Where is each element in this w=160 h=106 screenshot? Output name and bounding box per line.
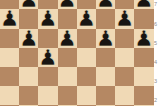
square-e3[interactable]: [77, 67, 96, 86]
square-h7[interactable]: ♟: [134, 0, 153, 9]
square-f1[interactable]: [96, 105, 115, 106]
black-pawn[interactable]: ♟: [19, 29, 39, 48]
square-b7[interactable]: ♟: [19, 0, 38, 9]
square-b4[interactable]: [19, 48, 38, 67]
square-f3[interactable]: [96, 67, 115, 86]
square-d5[interactable]: ♟: [58, 29, 77, 48]
square-e2[interactable]: [77, 86, 96, 105]
black-pawn[interactable]: ♟: [0, 9, 19, 28]
square-g6[interactable]: ♟: [115, 9, 134, 28]
square-a5[interactable]: [0, 29, 19, 48]
square-b1[interactable]: [19, 105, 38, 106]
square-h4[interactable]: [134, 48, 153, 67]
square-e5[interactable]: [77, 29, 96, 48]
square-g2[interactable]: [115, 86, 134, 105]
square-d7[interactable]: ♟: [58, 0, 77, 9]
square-f2[interactable]: [96, 86, 115, 105]
square-g3[interactable]: [115, 67, 134, 86]
square-b2[interactable]: [19, 86, 38, 105]
black-pawn[interactable]: ♟: [19, 0, 39, 9]
rank-label-7: 7: [154, 1, 157, 7]
rank-label-6: 6: [154, 21, 157, 27]
square-a6[interactable]: ♟: [0, 9, 19, 28]
square-f4[interactable]: [96, 48, 115, 67]
square-d4[interactable]: [58, 48, 77, 67]
rank-label-3: 3: [154, 78, 157, 84]
square-g5[interactable]: [115, 29, 134, 48]
square-a3[interactable]: [0, 67, 19, 86]
square-a4[interactable]: [0, 48, 19, 67]
square-g4[interactable]: [115, 48, 134, 67]
square-h1[interactable]: [134, 105, 153, 106]
black-pawn[interactable]: ♟: [134, 29, 154, 48]
black-pawn[interactable]: ♟: [57, 29, 77, 48]
black-pawn[interactable]: ♟: [134, 0, 154, 9]
black-pawn[interactable]: ♟: [57, 0, 77, 9]
black-pawn[interactable]: ♟: [96, 29, 116, 48]
square-d3[interactable]: [58, 67, 77, 86]
square-h5[interactable]: ♟: [134, 29, 153, 48]
square-b5[interactable]: ♟: [19, 29, 38, 48]
rank-label-5: 5: [154, 40, 157, 46]
rank-label-4: 4: [154, 59, 157, 65]
black-pawn[interactable]: ♟: [38, 9, 58, 28]
square-f5[interactable]: ♟: [96, 29, 115, 48]
square-c3[interactable]: [38, 67, 57, 86]
square-c6[interactable]: ♟: [38, 9, 57, 28]
rank-coordinates: 7 6 5 4 3 2: [154, 0, 160, 106]
rank-label-2: 2: [154, 97, 157, 103]
square-h2[interactable]: [134, 86, 153, 105]
square-a2[interactable]: [0, 86, 19, 105]
black-pawn[interactable]: ♟: [96, 0, 116, 9]
square-h3[interactable]: [134, 67, 153, 86]
black-pawn[interactable]: ♟: [38, 48, 58, 67]
square-g1[interactable]: [115, 105, 134, 106]
square-c4[interactable]: ♟: [38, 48, 57, 67]
square-c1[interactable]: [38, 105, 57, 106]
square-e1[interactable]: [77, 105, 96, 106]
square-c2[interactable]: [38, 86, 57, 105]
black-pawn[interactable]: ♟: [115, 9, 135, 28]
chess-board: ♟♟♟♟♟♟♟♟♟♟♟♟♟: [0, 0, 154, 106]
square-d2[interactable]: [58, 86, 77, 105]
square-d1[interactable]: [58, 105, 77, 106]
square-b3[interactable]: [19, 67, 38, 86]
square-a1[interactable]: [0, 105, 19, 106]
square-e6[interactable]: ♟: [77, 9, 96, 28]
square-e4[interactable]: [77, 48, 96, 67]
black-pawn[interactable]: ♟: [76, 9, 96, 28]
chess-board-viewport: ♟♟♟♟♟♟♟♟♟♟♟♟♟ 7 6 5 4 3 2: [0, 0, 160, 106]
square-f7[interactable]: ♟: [96, 0, 115, 9]
